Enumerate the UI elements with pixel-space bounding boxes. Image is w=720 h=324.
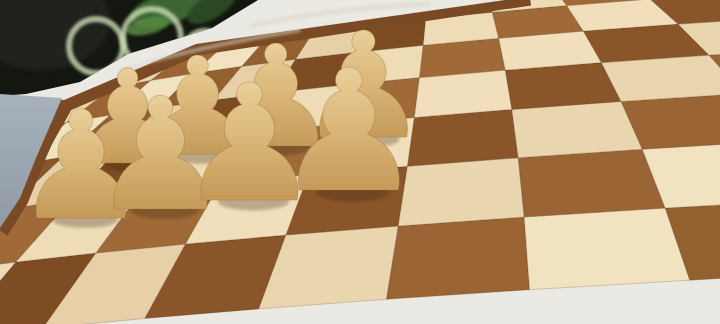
photo-canvas: ♟♟♟♟♟♟♟♟ — [0, 0, 720, 324]
square-g3 — [505, 63, 621, 110]
chessboard-photo: ♟♟♟♟♟♟♟♟ — [0, 0, 720, 324]
white-pawn-e1: ♟ — [273, 33, 424, 230]
square-g1 — [518, 149, 665, 217]
square-offboard — [524, 208, 690, 290]
square-h3 — [601, 55, 720, 101]
square-g2 — [512, 101, 642, 157]
